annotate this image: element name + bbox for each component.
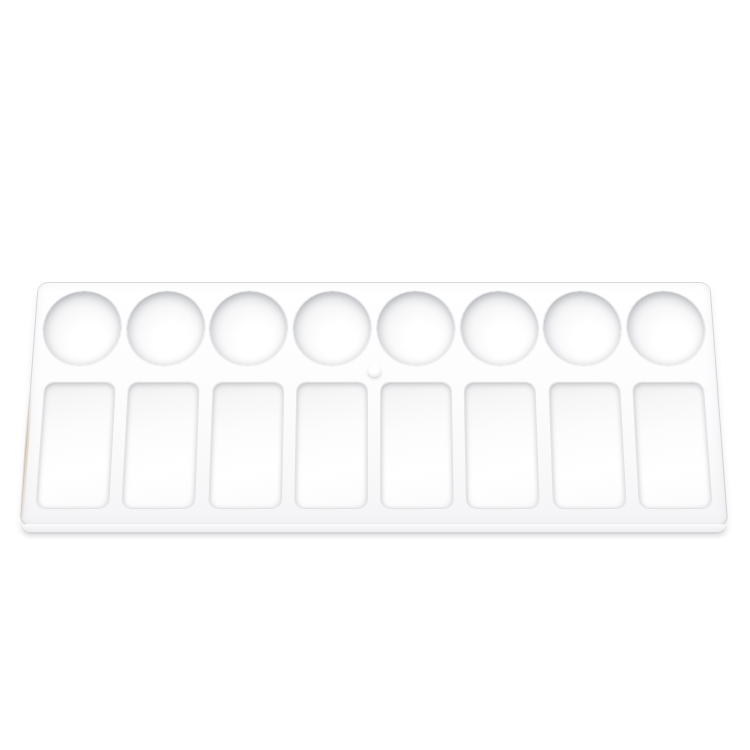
- round-well-3: [209, 291, 289, 365]
- rect-well-1: [36, 383, 115, 508]
- center-mold-bump: [368, 365, 381, 376]
- rect-well-6: [465, 383, 539, 508]
- round-well-4: [293, 291, 371, 365]
- product-photo-scene: [0, 0, 750, 750]
- paint-palette-tray: [20, 282, 729, 526]
- round-well-1: [41, 291, 123, 365]
- rect-well-5: [381, 383, 453, 508]
- rect-well-4: [295, 383, 367, 508]
- round-well-5: [377, 291, 455, 365]
- rect-wells-row: [36, 383, 711, 508]
- round-well-8: [625, 291, 707, 365]
- round-wells-row: [41, 290, 708, 365]
- rect-well-2: [123, 383, 199, 508]
- rect-well-3: [209, 383, 283, 508]
- round-well-7: [542, 291, 623, 365]
- round-well-2: [125, 291, 206, 365]
- round-well-6: [459, 291, 539, 365]
- rect-well-7: [549, 383, 625, 508]
- rect-well-8: [633, 383, 712, 508]
